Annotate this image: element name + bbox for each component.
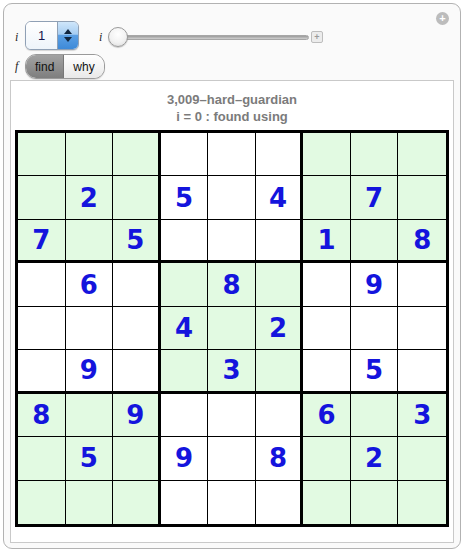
sudoku-cell	[351, 481, 399, 524]
sudoku-cell	[208, 394, 256, 437]
sudoku-cell	[18, 437, 66, 480]
sudoku-cell	[18, 176, 66, 219]
sudoku-cell: 4	[161, 307, 209, 350]
sudoku-cell	[113, 481, 161, 524]
sudoku-cell: 6	[66, 263, 114, 306]
sudoku-cell: 1	[303, 220, 351, 263]
sudoku-cell	[66, 394, 114, 437]
sudoku-cell	[208, 307, 256, 350]
sudoku-cell	[161, 350, 209, 393]
sudoku-cell	[66, 307, 114, 350]
sudoku-cell	[398, 481, 446, 524]
sudoku-cell	[161, 220, 209, 263]
sudoku-cell	[351, 133, 399, 176]
sudoku-cell: 2	[351, 437, 399, 480]
i-stepper-value: 1	[26, 22, 57, 49]
sudoku-cell	[256, 481, 304, 524]
sudoku-cell	[66, 220, 114, 263]
sudoku-cell: 9	[66, 350, 114, 393]
f-toggle-label: f	[15, 59, 18, 74]
sudoku-cell	[113, 437, 161, 480]
sudoku-cell	[351, 394, 399, 437]
sudoku-cell: 5	[66, 437, 114, 480]
sudoku-cell: 5	[113, 220, 161, 263]
stepper-arrows-icon[interactable]	[57, 22, 78, 49]
puzzle-title: 3,009–hard–guardian	[11, 91, 453, 108]
sudoku-cell	[208, 220, 256, 263]
sudoku-cell: 2	[256, 307, 304, 350]
sudoku-cell: 9	[113, 394, 161, 437]
sudoku-cell	[18, 307, 66, 350]
sudoku-cell	[398, 263, 446, 306]
find-button[interactable]: find	[26, 55, 64, 78]
sudoku-cell	[208, 481, 256, 524]
sudoku-cell: 8	[398, 220, 446, 263]
sudoku-cell	[66, 133, 114, 176]
sudoku-cell	[351, 307, 399, 350]
sudoku-cell	[161, 263, 209, 306]
slider-expand-button[interactable]: +	[311, 31, 323, 43]
sudoku-cell	[256, 133, 304, 176]
sudoku-cell	[18, 133, 66, 176]
why-button[interactable]: why	[64, 55, 103, 78]
sudoku-cell	[303, 133, 351, 176]
sudoku-cell	[256, 350, 304, 393]
sudoku-cell: 2	[66, 176, 114, 219]
sudoku-cell: 8	[18, 394, 66, 437]
stepper-up-icon	[64, 29, 72, 34]
sudoku-cell	[398, 133, 446, 176]
sudoku-cell	[113, 133, 161, 176]
sudoku-cell	[18, 350, 66, 393]
sudoku-cell: 9	[161, 437, 209, 480]
sudoku-cell	[18, 263, 66, 306]
sudoku-cell	[303, 176, 351, 219]
i-stepper-label: i	[15, 30, 18, 45]
sudoku-cell	[18, 481, 66, 524]
sudoku-cell	[398, 307, 446, 350]
sudoku-cell: 8	[208, 263, 256, 306]
sudoku-cell	[303, 437, 351, 480]
f-toggle-group: find why	[25, 54, 105, 79]
sudoku-board: 254775186894293589635982	[15, 130, 449, 527]
i-slider-label: i	[99, 30, 102, 45]
sudoku-cell: 7	[18, 220, 66, 263]
sudoku-cell	[303, 350, 351, 393]
manipulate-menu-icon[interactable]: +	[436, 12, 449, 25]
sudoku-cell	[208, 437, 256, 480]
sudoku-cell	[113, 307, 161, 350]
sudoku-cell: 5	[161, 176, 209, 219]
sudoku-cell	[256, 394, 304, 437]
slider-thumb[interactable]	[108, 27, 128, 47]
sudoku-cell: 6	[303, 394, 351, 437]
sudoku-cell	[161, 133, 209, 176]
sudoku-cell	[303, 263, 351, 306]
sudoku-cell	[256, 220, 304, 263]
sudoku-cell: 7	[351, 176, 399, 219]
manipulate-panel: i 1 i + f find why + 3,009–hard–guardian…	[3, 3, 461, 549]
i-slider[interactable]	[109, 35, 309, 40]
sudoku-cell: 9	[351, 263, 399, 306]
sudoku-cell	[303, 481, 351, 524]
sudoku-cell	[113, 263, 161, 306]
sudoku-cell: 3	[398, 394, 446, 437]
sudoku-cell	[303, 307, 351, 350]
sudoku-cell: 8	[256, 437, 304, 480]
sudoku-cell: 3	[208, 350, 256, 393]
sudoku-cell: 4	[256, 176, 304, 219]
sudoku-cell	[208, 133, 256, 176]
sudoku-cell	[113, 176, 161, 219]
sudoku-cell: 5	[351, 350, 399, 393]
sudoku-cell	[398, 350, 446, 393]
i-stepper-dropdown[interactable]: 1	[25, 21, 79, 50]
sudoku-cell	[398, 437, 446, 480]
status-line: i = 0 : found using	[11, 108, 453, 125]
sudoku-cell	[208, 176, 256, 219]
sudoku-cell	[66, 481, 114, 524]
stepper-down-icon	[64, 37, 72, 42]
display-frame: 3,009–hard–guardian i = 0 : found using …	[10, 80, 454, 543]
sudoku-cell	[256, 263, 304, 306]
sudoku-cell	[113, 350, 161, 393]
sudoku-cell	[398, 176, 446, 219]
sudoku-cell	[161, 481, 209, 524]
sudoku-cell	[351, 220, 399, 263]
sudoku-cell	[161, 394, 209, 437]
